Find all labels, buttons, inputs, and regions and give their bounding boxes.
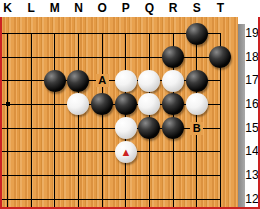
- move-label-b: B: [190, 122, 203, 135]
- stone-white-r17: [162, 70, 184, 92]
- coord-label-top-t: T: [212, 1, 228, 15]
- grid-line-col-n: [78, 33, 79, 207]
- frame-border-left: [0, 17, 2, 209]
- coord-label-top-l: L: [23, 1, 39, 15]
- grid-line-col-l: [31, 33, 32, 207]
- coord-label-top-m: M: [47, 1, 63, 15]
- grid-line-row-12: [2, 199, 221, 200]
- grid-line-row-15: [2, 128, 221, 129]
- stone-white-p17: [115, 70, 137, 92]
- coord-label-top-k: K: [0, 1, 16, 15]
- coord-label-top-s: S: [189, 1, 205, 15]
- stone-black-s17: [186, 70, 208, 92]
- frame-border-right: [258, 17, 260, 209]
- board-panel: KLMNOPQRST1918171615141312AB▲: [0, 0, 260, 209]
- coord-label-top-n: N: [70, 1, 86, 15]
- grid-line-row-14: [2, 151, 221, 152]
- grid-line-row-13: [2, 175, 221, 176]
- grid-line-col-k: [7, 33, 8, 207]
- move-label-a: A: [96, 74, 109, 87]
- stone-black-m17: [44, 70, 66, 92]
- coord-label-top-q: Q: [141, 1, 157, 15]
- grid-line-col-s: [196, 33, 197, 207]
- coord-label-top-p: P: [118, 1, 134, 15]
- stone-white-p15: [115, 117, 137, 139]
- coord-label-top-r: R: [165, 1, 181, 15]
- grid-line-col-o: [102, 33, 103, 207]
- stone-black-s19: [186, 23, 208, 45]
- coord-label-top-o: O: [94, 1, 110, 15]
- star-point-k16: [6, 102, 10, 106]
- grid-line-row-18: [2, 57, 221, 58]
- grid-line-col-m: [54, 33, 55, 207]
- triangle-marker: ▲: [115, 141, 137, 163]
- frame-border-bottom: [0, 207, 260, 209]
